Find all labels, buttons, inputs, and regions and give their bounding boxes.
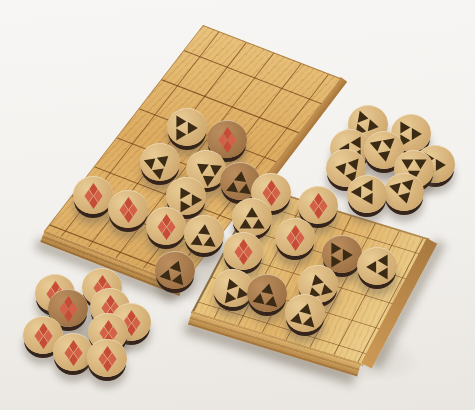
diamond-motif-icon xyxy=(83,182,104,210)
diamond-motif-icon xyxy=(118,196,139,224)
disc-triangle[interactable] xyxy=(232,198,272,236)
diamond-motif-icon xyxy=(285,224,306,252)
triangle-motif-icon xyxy=(190,221,218,247)
triangle-motif-icon xyxy=(239,206,265,230)
pieces-layer xyxy=(0,0,475,410)
disc-red-diamond[interactable] xyxy=(298,186,338,224)
triangle-motif-icon xyxy=(388,178,419,208)
diamond-motif-icon xyxy=(217,126,238,154)
disc-triangle[interactable] xyxy=(155,251,195,289)
disc-red-diamond[interactable] xyxy=(87,339,127,377)
disc-triangle[interactable] xyxy=(384,173,424,211)
triangle-motif-icon xyxy=(330,242,354,268)
triangle-motif-icon xyxy=(142,145,177,180)
triangle-motif-icon xyxy=(365,254,389,280)
triangle-motif-icon xyxy=(289,299,320,329)
disc-red-diamond[interactable] xyxy=(73,176,113,214)
triangle-motif-icon xyxy=(217,273,250,304)
diamond-motif-icon xyxy=(308,192,329,220)
diamond-motif-icon xyxy=(233,238,254,266)
disc-red-diamond[interactable] xyxy=(108,190,148,228)
disc-red-diamond[interactable] xyxy=(223,232,263,270)
diamond-motif-icon xyxy=(97,345,118,373)
disc-red-diamond[interactable] xyxy=(146,207,186,245)
disc-triangle[interactable] xyxy=(285,294,325,332)
diamond-motif-icon xyxy=(63,339,84,367)
disc-triangle[interactable] xyxy=(357,247,397,285)
diamond-motif-icon xyxy=(33,322,54,350)
disc-red-diamond[interactable] xyxy=(275,218,315,256)
diamond-motif-icon xyxy=(58,295,79,323)
triangle-motif-icon xyxy=(369,136,399,164)
triangle-motif-icon xyxy=(175,115,199,141)
disc-triangle[interactable] xyxy=(347,175,387,213)
triangle-motif-icon xyxy=(159,255,192,286)
diamond-motif-icon xyxy=(156,213,177,241)
disc-triangle[interactable] xyxy=(184,215,224,253)
triangle-motif-icon xyxy=(350,178,385,212)
triangle-motif-icon xyxy=(252,279,282,308)
disc-triangle[interactable] xyxy=(247,274,287,312)
disc-triangle[interactable] xyxy=(140,143,180,181)
photo-scene: { "scene": { "width": 475, "height": 410… xyxy=(0,0,475,410)
disc-triangle[interactable] xyxy=(167,108,207,146)
